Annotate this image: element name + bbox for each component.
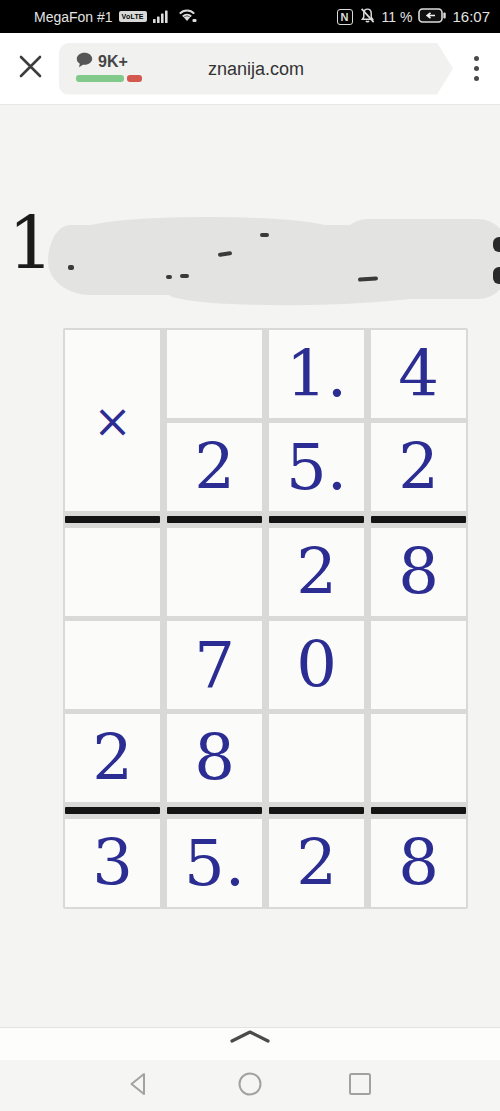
grid-cell-r6c1: 3 — [65, 819, 160, 907]
product-line-segment — [167, 807, 262, 814]
grid-cell-r6c4: 8 — [371, 819, 466, 907]
browser-toolbar: 9K+ znanija.com — [0, 33, 500, 105]
browser-menu-button[interactable] — [466, 56, 486, 81]
nav-recents-button[interactable] — [346, 1072, 374, 1100]
rating-green-bar — [76, 75, 124, 82]
grid-cell-r5c3 — [269, 714, 364, 802]
grid-cell-r3c3: 2 — [269, 528, 364, 616]
battery-percent-label: 11 % — [382, 9, 413, 25]
signal-bars-icon — [153, 8, 171, 26]
grid-cell-r1c2 — [167, 330, 262, 418]
address-bar[interactable]: 9K+ znanija.com — [59, 43, 453, 95]
url-label: znanija.com — [208, 58, 304, 79]
scribbled-out-text — [48, 217, 500, 305]
kebab-menu-icon — [474, 56, 479, 61]
status-bar-left: MegaFon #1 VoLTE — [34, 7, 198, 26]
multiplication-grid-frame: ×1.425.228702835.28 — [63, 328, 468, 909]
comments-count-label: 9K+ — [98, 53, 128, 71]
rating-bars — [76, 75, 142, 82]
comment-bubble-icon — [76, 52, 93, 72]
wifi-icon — [177, 7, 198, 26]
grid-cell-r3c1 — [65, 528, 160, 616]
nav-recents-icon — [347, 1071, 373, 1101]
covered-character-fragment — [493, 237, 500, 252]
status-bar-right: N 11 % 16:07 — [337, 7, 490, 27]
phone-screen: MegaFon #1 VoLTE N — [0, 0, 500, 1111]
product-line-segment — [65, 807, 160, 814]
volte-badge: VoLTE — [119, 11, 147, 22]
grid-cell-r3c4: 8 — [371, 528, 466, 616]
grid-cell-r4c4 — [371, 621, 466, 709]
multiplication-grid: ×1.425.228702835.28 — [65, 330, 466, 907]
grid-cell-r2c4: 2 — [371, 423, 466, 511]
carrier-label: MegaFon #1 — [34, 9, 113, 25]
scribble-blob — [338, 219, 500, 299]
nfc-icon: N — [337, 9, 353, 25]
rating-red-bar — [127, 75, 142, 82]
product-line-segment — [269, 807, 364, 814]
product-line-segment — [167, 516, 262, 523]
status-bar: MegaFon #1 VoLTE N — [0, 0, 500, 33]
grid-cell-r6c3: 2 — [269, 819, 364, 907]
close-icon — [17, 53, 44, 84]
grid-cell-r2c3: 5. — [269, 423, 364, 511]
grid-cell-r5c4 — [371, 714, 466, 802]
battery-charging-icon — [418, 8, 446, 26]
android-nav-bar — [0, 1060, 500, 1111]
nav-back-button[interactable] — [126, 1072, 154, 1100]
product-line-segment — [269, 516, 364, 523]
nav-home-button[interactable] — [236, 1072, 264, 1100]
multiply-sign-cell: × — [65, 330, 160, 511]
chevron-up-icon[interactable] — [228, 1028, 272, 1050]
product-line-segment — [65, 516, 160, 523]
nav-back-icon — [127, 1071, 153, 1101]
grid-cell-r4c1 — [65, 621, 160, 709]
comments-rating-badge[interactable]: 9K+ — [76, 52, 142, 82]
grid-cell-r4c2: 7 — [167, 621, 262, 709]
covered-character-fragment — [493, 267, 500, 284]
clock-label: 16:07 — [452, 8, 490, 25]
grid-cell-r2c2: 2 — [167, 423, 262, 511]
grid-cell-r4c3: 0 — [269, 621, 364, 709]
grid-cell-r3c2 — [167, 528, 262, 616]
grid-cell-r5c1: 2 — [65, 714, 160, 802]
product-line-segment — [371, 516, 466, 523]
webpage-content: 1. ×1.425.228702835.28 Onl — [0, 105, 500, 1027]
scribble-blob — [78, 217, 338, 245]
bell-off-icon — [359, 7, 376, 27]
gesture-handle-strip — [0, 1027, 500, 1060]
product-line-segment — [371, 807, 466, 814]
grid-cell-r1c4: 4 — [371, 330, 466, 418]
nav-home-icon — [237, 1071, 263, 1101]
grid-cell-r5c2: 8 — [167, 714, 262, 802]
grid-cell-r1c3: 1. — [269, 330, 364, 418]
grid-cell-r6c2: 5. — [167, 819, 262, 907]
close-button[interactable] — [14, 53, 46, 85]
